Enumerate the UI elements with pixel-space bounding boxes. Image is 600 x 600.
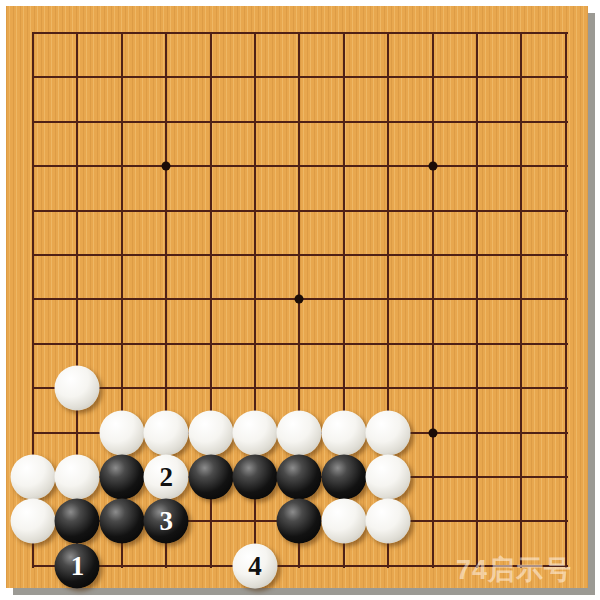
grid-line-vertical (476, 32, 478, 568)
grid-line-vertical (520, 32, 522, 568)
grid-line-horizontal (32, 387, 568, 389)
black-stone (99, 455, 144, 500)
page: 2314 74启示号 (0, 0, 600, 600)
black-stone: 1 (55, 543, 100, 588)
white-stone (366, 455, 411, 500)
white-stone: 2 (144, 455, 189, 500)
move-number: 2 (159, 464, 173, 491)
move-number: 3 (159, 508, 173, 535)
black-stone (233, 455, 278, 500)
grid-line-vertical (565, 32, 567, 568)
grid-line-horizontal (32, 343, 568, 345)
move-number: 4 (248, 552, 262, 579)
star-point (162, 162, 171, 171)
black-stone (277, 499, 322, 544)
white-stone (99, 410, 144, 455)
white-stone (277, 410, 322, 455)
star-point (428, 428, 437, 437)
white-stone (233, 410, 278, 455)
black-stone (188, 455, 233, 500)
black-stone (55, 499, 100, 544)
black-stone (321, 455, 366, 500)
grid-line-horizontal (32, 565, 568, 567)
move-number: 1 (71, 552, 85, 579)
go-board[interactable]: 2314 (6, 6, 588, 588)
white-stone (321, 499, 366, 544)
white-stone (144, 410, 189, 455)
black-stone (277, 455, 322, 500)
white-stone (55, 366, 100, 411)
white-stone (321, 410, 366, 455)
white-stone (366, 410, 411, 455)
white-stone (11, 455, 56, 500)
grid-line-vertical (432, 32, 434, 568)
white-stone (55, 455, 100, 500)
board-grid: 2314 (33, 33, 566, 566)
star-point (295, 295, 304, 304)
white-stone (366, 499, 411, 544)
white-stone: 4 (233, 543, 278, 588)
white-stone (188, 410, 233, 455)
black-stone: 3 (144, 499, 189, 544)
black-stone (99, 499, 144, 544)
star-point (428, 162, 437, 171)
white-stone (11, 499, 56, 544)
